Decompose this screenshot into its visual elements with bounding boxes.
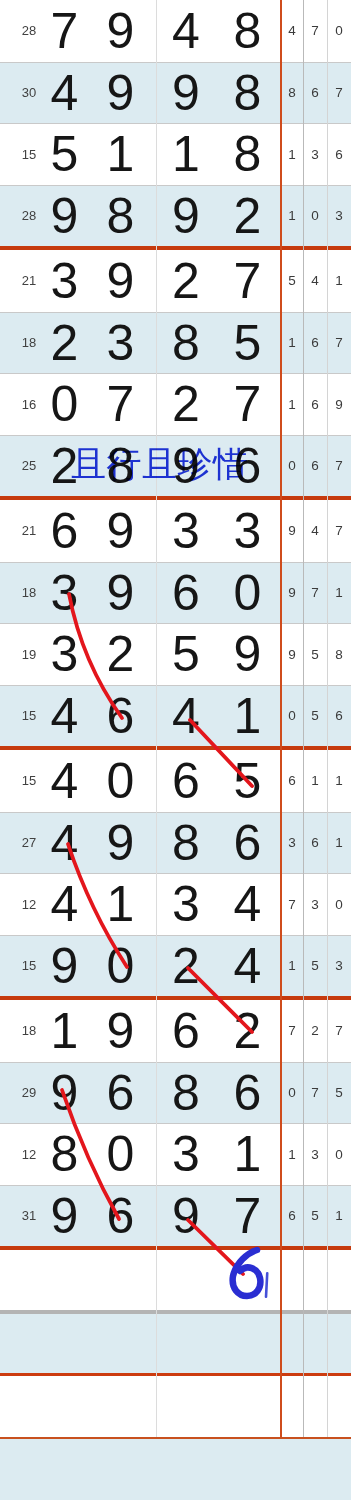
- pen-trend-line: [62, 1090, 119, 1219]
- pen-trend-line: [68, 844, 127, 967]
- text-cursor: [265, 1272, 269, 1298]
- pen-trend-line: [188, 968, 252, 1032]
- pen-trend-line: [190, 720, 252, 786]
- lottery-chart-screen: 2879484703049988671551181362898921032139…: [0, 0, 351, 1500]
- pen-overlay[interactable]: [0, 0, 351, 1500]
- handwritten-digit-6: [233, 1250, 261, 1296]
- pen-trend-line: [69, 594, 122, 718]
